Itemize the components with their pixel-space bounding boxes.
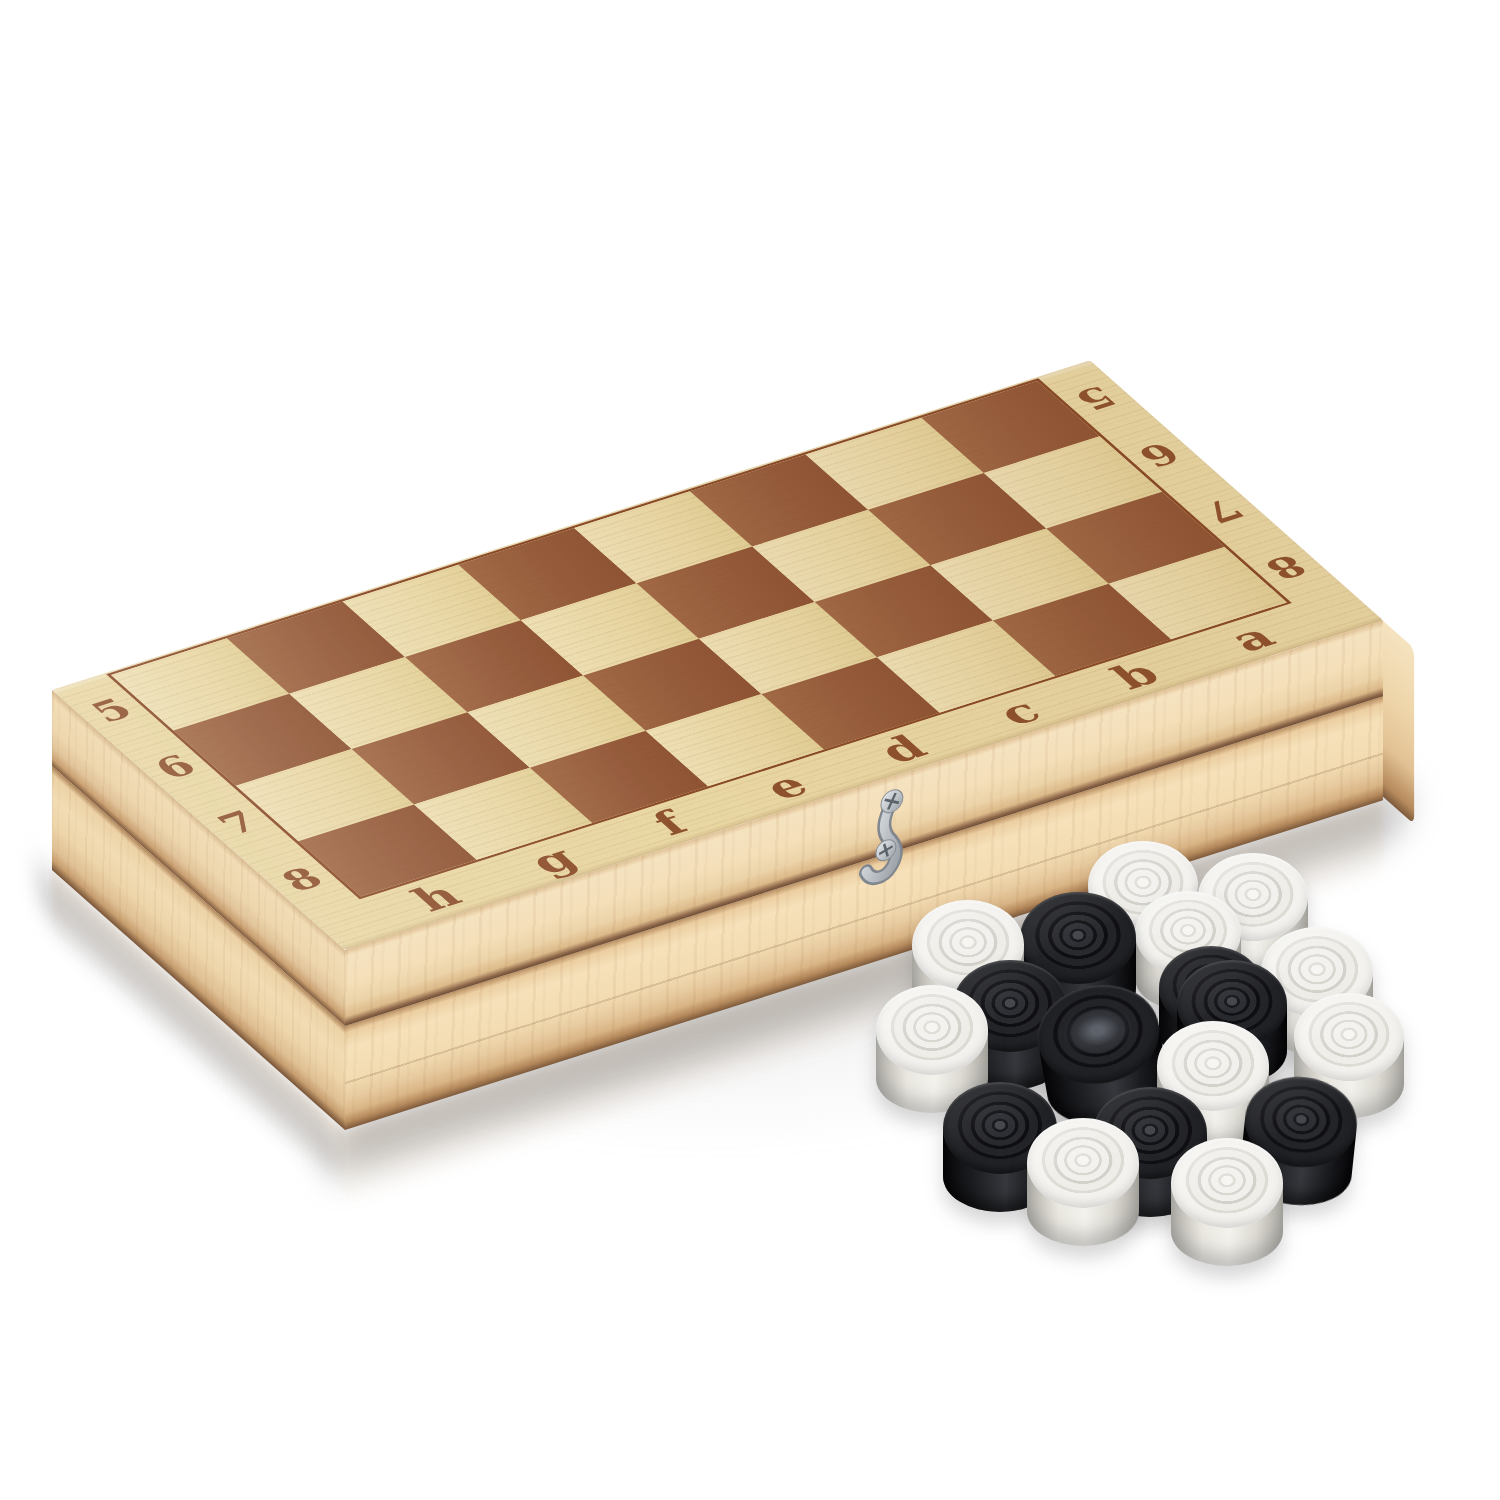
checker-top (1027, 1118, 1139, 1208)
latch-clasp-icon (854, 779, 920, 910)
checker-white (1027, 1118, 1139, 1246)
checker-white (1171, 1138, 1283, 1266)
product-photo-scene: 5678 5678 hgfedcba (0, 0, 1500, 1500)
box-right-end-grain (1381, 619, 1414, 824)
checker-top (1171, 1138, 1283, 1228)
checker-top (1294, 993, 1404, 1081)
checker-top (876, 985, 988, 1075)
